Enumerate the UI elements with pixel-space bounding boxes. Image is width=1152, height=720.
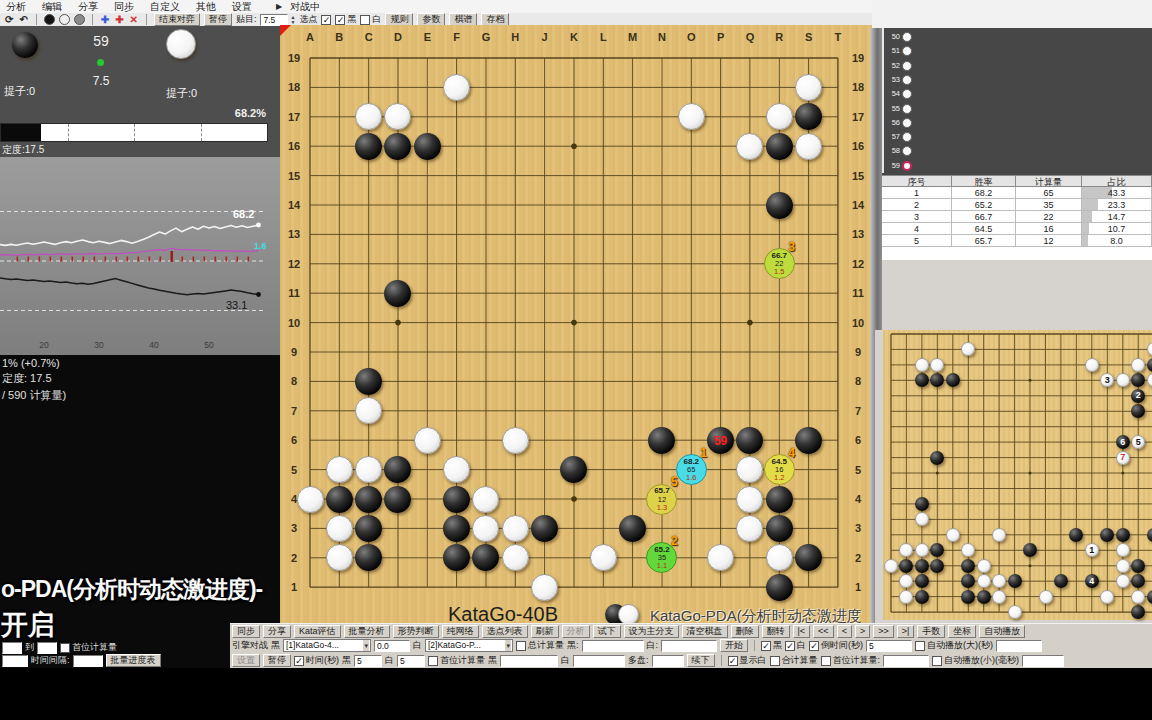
settings-label: 黑 (342, 654, 351, 667)
variation-black-stone-C2 (915, 590, 929, 604)
settings-input[interactable] (883, 655, 929, 667)
settings-checkbox[interactable]: ✓时间(秒) (294, 654, 339, 667)
checkbox-box[interactable] (915, 641, 925, 651)
table-cell: 5 (882, 235, 952, 247)
settings-checkbox[interactable]: ✓显示白 (728, 654, 767, 667)
overlay-engine-name: o-PDA(分析时动态激进度)- (1, 574, 301, 605)
black-stone-C3 (355, 515, 382, 542)
engine-battle-button[interactable]: 开始 (720, 639, 748, 652)
info-line: 1% (+0.7%) (0, 355, 280, 369)
engine-battle-checkbox[interactable]: 自动播放(大)(秒) (915, 639, 993, 652)
row-label-right-10: 10 (848, 317, 868, 329)
top-toolbar-checkbox[interactable]: ✓ (321, 15, 331, 25)
table-cell: 22 (1016, 211, 1082, 223)
tree-move-number-55: 55 (884, 104, 900, 113)
white-stone-O17 (678, 103, 705, 130)
bottom-left-input[interactable] (2, 642, 22, 654)
table-row[interactable]: 464.51610.7 (882, 223, 1152, 235)
table-cell: 14.7 (1082, 211, 1152, 223)
info-line: 定度: 17.5 (0, 369, 280, 386)
tree-node-58[interactable] (902, 146, 912, 156)
black-stone-J3 (531, 515, 558, 542)
toolbar-button-分析[interactable]: 分析 (562, 625, 590, 638)
winrate-graph[interactable]: 68.21.633.120304050 (0, 157, 280, 355)
col-label-K: K (565, 31, 583, 43)
row-label-right-4: 4 (848, 493, 868, 505)
table-cell: 16 (1016, 223, 1082, 235)
variation-black-stone-J3 (1008, 574, 1022, 588)
black-stone-C16 (355, 133, 382, 160)
svg-text:33.1: 33.1 (226, 299, 247, 311)
candidate-rank-1: 1 (700, 446, 707, 460)
menu-自定义[interactable]: 自定义 (150, 0, 180, 14)
bottom-left-input[interactable] (37, 642, 57, 654)
black-stone-D16 (384, 133, 411, 160)
row-label-left-16: 16 (284, 140, 304, 152)
table-header-序号[interactable]: 序号 (882, 175, 952, 187)
white-stone-Q4 (736, 486, 763, 513)
table-row[interactable]: 565.7128.0 (882, 235, 1152, 247)
checkbox-box[interactable] (428, 656, 438, 666)
row-label-right-13: 13 (848, 228, 868, 240)
blue-cross-icon[interactable]: ✚ (100, 14, 110, 25)
settings-button[interactable]: 暂停 (263, 654, 291, 667)
white-stone-L2 (590, 544, 617, 571)
variation-white-stone-R2 (1131, 590, 1145, 604)
table-row[interactable]: 168.26543.3 (882, 187, 1152, 199)
checkbox-box[interactable]: ✓ (809, 641, 819, 651)
settings-input[interactable] (652, 655, 684, 667)
settings-input[interactable] (500, 655, 558, 667)
toolbar-button-<[interactable]: < (837, 625, 852, 638)
toolbar-button-刷新[interactable]: 刷新 (531, 625, 559, 638)
engine-battle-input[interactable] (582, 640, 644, 652)
checkbox-box[interactable]: ✓ (728, 656, 738, 666)
white-stone-J1 (531, 574, 558, 601)
table-header-row: 序号胜率计算量占比 (882, 175, 1152, 187)
black-player-stone-icon (12, 32, 38, 58)
table-cell: 8.0 (1082, 235, 1152, 247)
white-stone-E6 (414, 427, 441, 454)
settings-button[interactable]: 续下 (687, 654, 715, 667)
variation-black-stone-C8 (915, 497, 929, 511)
checkbox-box[interactable]: ✓ (761, 641, 771, 651)
app-window: 分析编辑分享同步自定义其他设置▶对战中 ⟳↶✚✚✕结束对弈暂停贴目:7.5▲▼选… (0, 0, 1152, 720)
separator (36, 14, 37, 25)
table-cell: 65.2 (952, 199, 1016, 211)
separator (754, 640, 755, 651)
komi-value: 7.5 (82, 74, 120, 88)
engine-battle-checkbox[interactable]: 总计算量 (516, 639, 564, 652)
white-stone-icon[interactable] (59, 14, 70, 25)
checkbox-box[interactable]: ✓ (321, 15, 331, 25)
main-go-board[interactable]: KataGo-40B KataGo-PDA(分析时动态激进度 ABCDEFGHJ… (280, 25, 872, 648)
white-stone-B3 (326, 515, 353, 542)
variation-white-stone-Q16 (1116, 373, 1130, 387)
player-panel: 59 7.5 提子:0 提子:0 (0, 26, 280, 105)
checkbox-label: 总计算量 (528, 639, 564, 652)
toolbar-button-选点列表[interactable]: 选点列表 (482, 625, 528, 638)
checkbox-label: 合计算量 (782, 654, 818, 667)
tree-move-number-58: 58 (884, 146, 900, 155)
toolbar-button-自动播放[interactable]: 自动播放 (979, 625, 1025, 638)
row-label-right-15: 15 (848, 170, 868, 182)
toolbar-button-手数[interactable]: 手数 (917, 625, 945, 638)
winrate-bar-black-segment (1, 124, 41, 141)
row-label-right-14: 14 (848, 199, 868, 211)
row-label-right-9: 9 (848, 346, 868, 358)
col-label-Q: Q (741, 31, 759, 43)
variation-white-stone-L2 (1039, 590, 1053, 604)
col-label-B: B (330, 31, 348, 43)
checkbox-box[interactable]: ✓ (335, 15, 345, 25)
variation-move-number-7: 7 (1116, 452, 1130, 462)
tree-move-number-54: 54 (884, 89, 900, 98)
turn-indicator-dot (97, 59, 104, 66)
variation-black-stone-C3 (915, 574, 929, 588)
col-label-H: H (506, 31, 524, 43)
variation-black-stone-C4 (915, 559, 929, 573)
white-stone-R2 (766, 544, 793, 571)
checkbox-label: 自动播放(小)(毫秒) (944, 654, 1019, 667)
variation-white-stone-Q5 (1116, 543, 1130, 557)
row-label-left-9: 9 (284, 346, 304, 358)
share-bar (1082, 223, 1089, 234)
svg-text:40: 40 (149, 340, 159, 350)
black-stone-R14 (766, 192, 793, 219)
checkbox-box[interactable] (516, 641, 526, 651)
black-stone-C8 (355, 368, 382, 395)
toolbar-button->|[interactable]: >| (897, 625, 915, 638)
top-toolbar-button[interactable]: 暂停 (204, 13, 232, 26)
tree-node-51[interactable] (902, 46, 912, 56)
row-label-left-12: 12 (284, 258, 304, 270)
engine-battle-checkbox[interactable]: ✓倒时间(秒) (809, 639, 863, 652)
table-cell: 64.5 (952, 223, 1016, 235)
table-cell: 10.7 (1082, 223, 1152, 235)
checkbox-label: 黑 (773, 639, 782, 652)
checkbox-label: 显示白 (740, 654, 767, 667)
variation-board-wood: 1234567 (883, 330, 1152, 620)
tree-move-number-50: 50 (884, 32, 900, 41)
winbar-quartile-line (201, 124, 202, 141)
engine-battle-checkbox[interactable]: ✓白 (785, 639, 806, 652)
checkbox-box[interactable] (821, 656, 831, 666)
settings-checkbox[interactable]: 自动播放(小)(毫秒) (932, 654, 1019, 667)
toolbar-button-纯网络[interactable]: 纯网络 (442, 625, 479, 638)
variation-white-stone-Q4 (1116, 559, 1130, 573)
white-stone-R17 (766, 103, 793, 130)
toolbar-button-翻转[interactable]: 翻转 (762, 625, 790, 638)
white-stone-S16 (795, 133, 822, 160)
row-label-right-2: 2 (848, 552, 868, 564)
variation-white-stone-A4 (884, 559, 898, 573)
toolbar-button->[interactable]: > (855, 625, 870, 638)
settings-checkbox[interactable]: 首位计算量: (821, 654, 881, 667)
score-certainty-label: 定度:17.5 (2, 143, 44, 157)
variation-white-stone-B2 (899, 590, 913, 604)
black-stone-Q6 (736, 427, 763, 454)
col-label-S: S (800, 31, 818, 43)
white-stone-B5 (326, 456, 353, 483)
row-label-left-17: 17 (284, 111, 304, 123)
checkbox-box[interactable]: ✓ (785, 641, 795, 651)
black-captures: 提子:0 (4, 84, 35, 99)
separator (721, 655, 722, 666)
variation-move-number-6: 6 (1116, 437, 1130, 447)
candidate-rank-3: 3 (788, 240, 795, 254)
variation-black-stone-F2 (961, 590, 975, 604)
table-cell: 3 (882, 211, 952, 223)
row-label-left-8: 8 (284, 375, 304, 387)
engine-battle-checkbox[interactable]: ✓黑 (761, 639, 782, 652)
row-label-left-11: 11 (284, 287, 304, 299)
move-tree[interactable]: 50515253545556575859 (882, 28, 1152, 175)
gray-stone-icon[interactable] (74, 14, 85, 25)
table-header-占比[interactable]: 占比 (1082, 175, 1152, 187)
table-cell: 2 (882, 199, 952, 211)
menu-其他[interactable]: 其他 (196, 0, 216, 14)
white-stone-H3 (502, 515, 529, 542)
table-row[interactable]: 366.72214.7 (882, 211, 1152, 223)
row-label-left-18: 18 (284, 81, 304, 93)
checkbox-label: 倒时间(秒) (821, 639, 863, 652)
settings-label: 多盘: (628, 654, 649, 667)
row-label-left-19: 19 (284, 52, 304, 64)
col-label-R: R (770, 31, 788, 43)
winbar-quartile-line (134, 124, 135, 141)
tree-node-59[interactable] (902, 161, 912, 171)
tree-node-50[interactable] (902, 32, 912, 42)
checkbox-label: 自动播放(大)(秒) (927, 639, 993, 652)
red-x-icon[interactable]: ✕ (129, 14, 139, 25)
checkbox-label: 首位计算量: (833, 654, 881, 667)
checkbox-box[interactable] (932, 656, 942, 666)
table-cell: 66.7 (952, 211, 1016, 223)
share-bar (1082, 235, 1088, 246)
menu-编辑[interactable]: 编辑 (42, 0, 62, 14)
row-label-left-5: 5 (284, 464, 304, 476)
checkbox-label: 时间(秒) (306, 654, 339, 667)
settings-label: 黑 (488, 654, 497, 667)
right-panel-header (872, 0, 1152, 28)
tree-move-number-52: 52 (884, 61, 900, 70)
table-header-胜率[interactable]: 胜率 (952, 175, 1016, 187)
row-label-left-15: 15 (284, 170, 304, 182)
toolbar-button-清空棋盘[interactable]: 清空棋盘 (682, 625, 728, 638)
table-cell: 65.7 (952, 235, 1016, 247)
variation-white-stone-R17 (1131, 358, 1145, 372)
table-cell: 68.2 (952, 187, 1016, 199)
white-player-stone-icon (166, 29, 196, 59)
settings-label: 白 (561, 654, 570, 667)
undo-icon[interactable]: ↶ (18, 14, 28, 25)
row-label-right-3: 3 (848, 522, 868, 534)
settings-input[interactable] (573, 655, 625, 667)
row-label-left-3: 3 (284, 522, 304, 534)
play-icon[interactable]: ▶ (276, 2, 282, 11)
variation-move-number-5: 5 (1131, 437, 1145, 447)
row-label-right-12: 12 (848, 258, 868, 270)
candidate-rank-4: 4 (788, 446, 795, 460)
variation-move-number-4: 4 (1085, 576, 1099, 586)
black-stone-S6 (795, 427, 822, 454)
engine-battle-select[interactable]: [2]KataGo-P... (425, 639, 513, 652)
row-label-right-18: 18 (848, 81, 868, 93)
table-header-计算量[interactable]: 计算量 (1016, 175, 1082, 187)
engine-battle-input[interactable]: 0.0 (374, 640, 410, 652)
variation-board: 1234567 (875, 330, 1152, 622)
winrate-percent: 68.2% (235, 107, 266, 119)
white-stone-S18 (795, 74, 822, 101)
row-label-left-7: 7 (284, 405, 304, 417)
engine-status-overlay: o-PDA(分析时动态激进度)- 开启 (1, 574, 301, 643)
black-stone-icon[interactable] (44, 14, 55, 25)
settings-checkbox[interactable]: 首位计算量 (428, 654, 485, 667)
table-cell: 1 (882, 187, 952, 199)
row-label-right-7: 7 (848, 405, 868, 417)
tree-node-54[interactable] (902, 89, 912, 99)
black-stone-N6 (648, 427, 675, 454)
row-label-right-16: 16 (848, 140, 868, 152)
top-toolbar-button[interactable]: 结束对弈 (154, 13, 200, 26)
black-stone-R3 (766, 515, 793, 542)
col-label-L: L (594, 31, 612, 43)
letterbox-bottom (0, 668, 1152, 720)
table-cell: 65 (1016, 187, 1082, 199)
variation-black-stone-G2 (977, 590, 991, 604)
white-stone-Q16 (736, 133, 763, 160)
row-label-left-2: 2 (284, 552, 304, 564)
row-label-right-6: 6 (848, 434, 868, 446)
candidate-rank-5: 5 (671, 475, 678, 489)
engine-battle-input[interactable] (661, 640, 717, 652)
toolbar-button-删除[interactable]: 删除 (731, 625, 759, 638)
col-label-F: F (448, 31, 466, 43)
toolbar-row-engine-battle: 引擎对战黑[1]KataGo-4...0.0白[2]KataGo-P...总计算… (232, 639, 1150, 652)
col-label-P: P (712, 31, 730, 43)
menu-bar: 分析编辑分享同步自定义其他设置▶对战中 (0, 0, 872, 13)
settings-button[interactable]: 设置 (232, 654, 260, 667)
winbar-quartile-line (68, 124, 69, 141)
col-label-E: E (418, 31, 436, 43)
tree-move-number-59: 59 (884, 161, 900, 170)
toolbar-button-设为主分支[interactable]: 设为主分支 (624, 625, 679, 638)
toolbar-row-buttons: 同步分享Kata评估批量分析形势判断纯网络选点列表刷新分析试下设为主分支清空棋盘… (232, 625, 1150, 638)
game-status: 对战中 (290, 0, 320, 14)
toolbar-row-settings: 设置暂停✓时间(秒)黑5白5首位计算量黑白多盘:续下✓显示白合计算量首位计算量:… (232, 654, 1150, 667)
svg-text:1.6: 1.6 (254, 241, 267, 251)
white-captures: 提子:0 (166, 86, 197, 101)
tree-node-55[interactable] (902, 104, 912, 114)
svg-text:50: 50 (204, 340, 214, 350)
variation-white-stone-G3 (977, 574, 991, 588)
komi-spinner[interactable]: 7.5▲▼ (260, 14, 295, 26)
candidate-table[interactable]: 序号胜率计算量占比168.26543.3265.23523.3366.72214… (882, 175, 1152, 260)
toolbar-button-|<[interactable]: |< (793, 625, 811, 638)
settings-label: 白 (385, 654, 394, 667)
sync-icon[interactable]: ⟳ (4, 14, 14, 25)
black-stone-R1 (766, 574, 793, 601)
col-label-O: O (682, 31, 700, 43)
settings-input[interactable] (1022, 655, 1064, 667)
col-label-T: T (829, 31, 847, 43)
checkbox-box[interactable] (360, 15, 370, 25)
row-label-left-6: 6 (284, 434, 304, 446)
toolbar-button-坐标[interactable]: 坐标 (948, 625, 976, 638)
variation-black-stone-Q6 (1116, 528, 1130, 542)
engine-battle-label: 黑: (567, 639, 579, 652)
menu-同步[interactable]: 同步 (114, 0, 134, 14)
last-move-number: 59 (707, 434, 734, 448)
col-label-C: C (360, 31, 378, 43)
table-cell: 12 (1016, 235, 1082, 247)
toolbar-button-试下[interactable]: 试下 (593, 625, 621, 638)
toolbar-button->>[interactable]: >> (873, 625, 894, 638)
tree-node-52[interactable] (902, 61, 912, 71)
settings-input[interactable]: 5 (397, 655, 425, 667)
engine-battle-input[interactable]: 5 (866, 640, 912, 652)
row-label-right-1: 1 (848, 581, 868, 593)
variation-black-stone-R4 (1131, 559, 1145, 573)
separator (92, 14, 93, 25)
toolbar-button-批量分析[interactable]: 批量分析 (344, 625, 390, 638)
toolbar-button-形势判断[interactable]: 形势判断 (393, 625, 439, 638)
toolbar-button-<<[interactable]: << (813, 625, 834, 638)
info-line: / 590 计算量) (0, 386, 280, 403)
white-stone-A4 (297, 486, 324, 513)
bottom-left-input[interactable] (2, 655, 28, 667)
tree-node-57[interactable] (902, 132, 912, 142)
checkbox-box[interactable] (60, 643, 70, 653)
col-label-A: A (301, 31, 319, 43)
menu-设置[interactable]: 设置 (232, 0, 252, 14)
tree-node-53[interactable] (902, 75, 912, 85)
svg-text:30: 30 (94, 340, 104, 350)
table-cell: 35 (1016, 199, 1082, 211)
checkbox-box[interactable] (770, 656, 780, 666)
menu-分析[interactable]: 分析 (6, 0, 26, 14)
variation-white-stone-P2 (1100, 590, 1114, 604)
bottom-left-button[interactable]: 批量进度表 (106, 654, 161, 667)
col-label-N: N (653, 31, 671, 43)
col-label-M: M (624, 31, 642, 43)
share-bar (1082, 211, 1092, 222)
variation-move-number-1: 1 (1085, 545, 1099, 555)
bottom-left-input[interactable] (73, 655, 103, 667)
black-stone-C4 (355, 486, 382, 513)
menu-分享[interactable]: 分享 (78, 0, 98, 14)
winrate-graph-svg: 68.21.633.120304050 (0, 159, 272, 355)
black-stone-F4 (443, 486, 470, 513)
checkbox-box[interactable]: ✓ (294, 656, 304, 666)
black-stone-R4 (766, 486, 793, 513)
variation-white-stone-H6 (992, 528, 1006, 542)
red-cross-icon[interactable]: ✚ (114, 14, 124, 25)
tree-node-56[interactable] (902, 118, 912, 128)
table-cell: 43.3 (1082, 187, 1152, 199)
white-stone-G4 (472, 486, 499, 513)
settings-input[interactable]: 5 (354, 655, 382, 667)
variation-black-stone-F4 (961, 559, 975, 573)
settings-checkbox[interactable]: 合计算量 (770, 654, 818, 667)
checkbox-label: 首位计算量 (440, 654, 485, 667)
table-cell: 4 (882, 223, 952, 235)
overlay-engine-state: 开启 (1, 607, 301, 643)
table-row[interactable]: 265.23523.3 (882, 199, 1152, 211)
engine-battle-input[interactable] (996, 640, 1042, 652)
row-label-left-13: 13 (284, 228, 304, 240)
